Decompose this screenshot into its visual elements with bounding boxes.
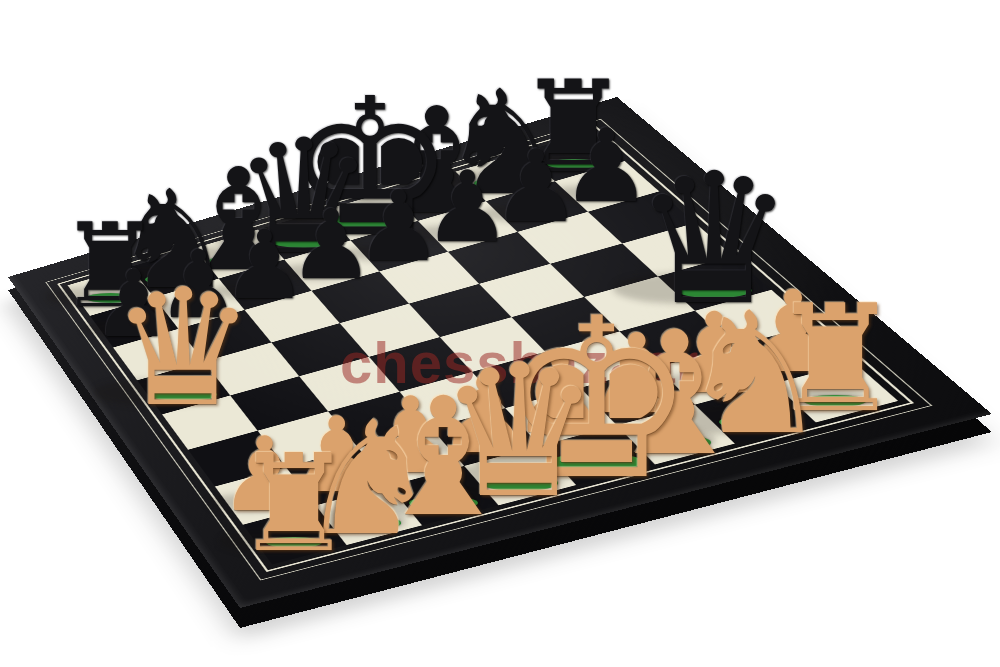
product-photo-stage: chessbazaar ♜♞♝♛♚♝♞♜♟♟♟♟♟♟♟♟♛♛♟♟♟♟♟♟♟♟♜♞… (0, 0, 1000, 667)
watermark-text: chessbazaar (340, 329, 699, 396)
